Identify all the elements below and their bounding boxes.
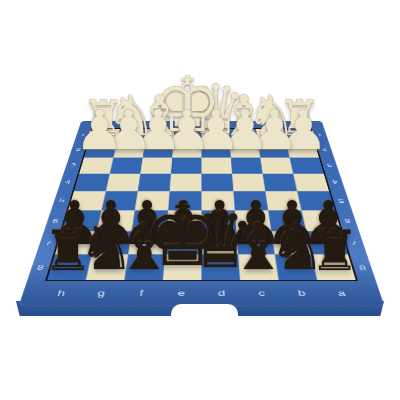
black-knight-g8: ♞ bbox=[78, 216, 135, 279]
chess-set-photo: hgfedcba 12345678 12345678 ♜♞♝♛♚♝♞♜♟♟♟♟♟… bbox=[0, 0, 400, 400]
white-rook-h1: ♜ bbox=[82, 95, 126, 144]
black-rook-a8: ♜ bbox=[310, 224, 360, 279]
black-pawn-g7: ♟ bbox=[84, 194, 138, 254]
white-pawn-f2: ♟ bbox=[133, 104, 182, 159]
black-knight-b8: ♞ bbox=[268, 216, 325, 279]
white-knight-b1: ♞ bbox=[247, 88, 297, 144]
black-pawn-c7: ♟ bbox=[229, 194, 283, 254]
white-king-e1: ♚ bbox=[153, 67, 222, 144]
black-rook-h8: ♜ bbox=[43, 224, 93, 279]
white-pawn-e2: ♟ bbox=[162, 104, 211, 159]
white-knight-g1: ♞ bbox=[106, 88, 156, 144]
black-queen-d8: ♛ bbox=[186, 202, 255, 279]
black-pawn-a7: ♟ bbox=[302, 194, 356, 254]
black-pawn-e7: ♟ bbox=[156, 194, 210, 254]
pieces-layer: ♜♞♝♛♚♝♞♜♟♟♟♟♟♟♟♟♟♟♟♟♟♟♟♟♜♞♝♛♚♝♞♜ bbox=[0, 0, 400, 400]
black-bishop-f8: ♝ bbox=[116, 216, 173, 279]
white-pawn-h2: ♟ bbox=[75, 104, 124, 159]
black-bishop-c8: ♝ bbox=[230, 216, 287, 279]
white-bishop-c1: ♝ bbox=[219, 88, 269, 144]
black-pawn-b7: ♟ bbox=[265, 194, 319, 254]
white-pawn-d2: ♟ bbox=[191, 104, 240, 159]
white-bishop-f1: ♝ bbox=[134, 88, 184, 144]
black-pawn-h7: ♟ bbox=[48, 194, 102, 254]
white-pawn-c2: ♟ bbox=[221, 104, 270, 159]
white-pawn-a2: ♟ bbox=[279, 104, 328, 159]
white-queen-d1: ♛ bbox=[185, 76, 246, 144]
white-rook-a1: ♜ bbox=[278, 95, 322, 144]
black-pawn-f7: ♟ bbox=[120, 194, 174, 254]
white-pawn-g2: ♟ bbox=[104, 104, 153, 159]
white-pawn-b2: ♟ bbox=[250, 104, 299, 159]
black-king-e8: ♚ bbox=[143, 192, 221, 279]
black-pawn-d7: ♟ bbox=[193, 194, 247, 254]
thumb-notch bbox=[171, 304, 238, 318]
